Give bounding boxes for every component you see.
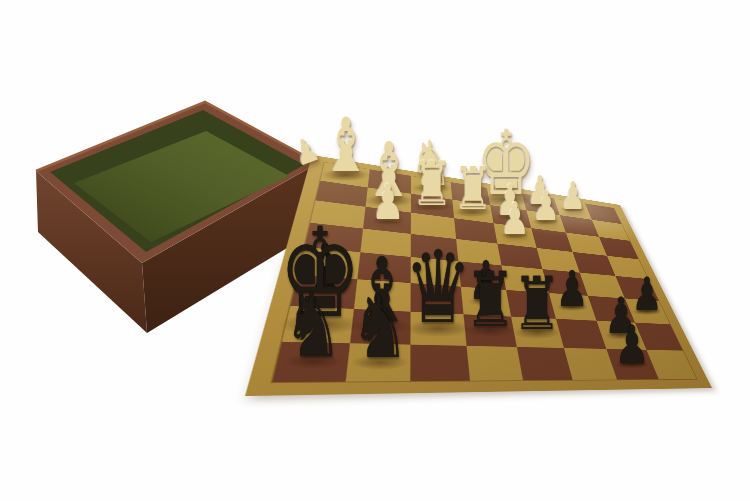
square-r5c3	[460, 286, 511, 316]
square-r7c0	[272, 341, 349, 382]
square-r5c0	[290, 275, 356, 309]
square-r6c2	[410, 312, 466, 346]
square-r7c3	[466, 345, 523, 380]
square-r4c2	[411, 257, 461, 286]
square-r4c0	[298, 247, 360, 279]
square-r6c0	[282, 306, 353, 343]
square-r6c3	[463, 314, 517, 346]
square-r5c1	[353, 279, 410, 312]
chess-set-photo: ♟♝♞♚♟♟♝♜♜♟♟♟♟♝♟♟♟♚♝♛♜♜♟♞♞♟	[0, 0, 750, 501]
square-r4c3	[458, 261, 506, 289]
square-r6c1	[349, 309, 410, 344]
square-r7c1	[345, 343, 410, 382]
square-r4c1	[357, 252, 411, 283]
square-r5c2	[411, 283, 463, 314]
square-r7c2	[410, 344, 469, 381]
